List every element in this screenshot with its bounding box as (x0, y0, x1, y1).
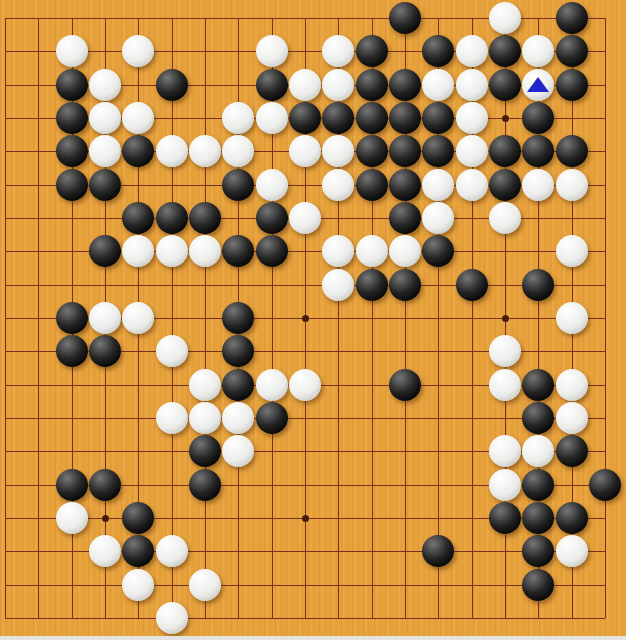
stone-black (556, 69, 588, 101)
stone-black (122, 202, 154, 234)
stone-white (556, 369, 588, 401)
stone-white (456, 135, 488, 167)
stone-black (256, 202, 288, 234)
stone-white (122, 235, 154, 267)
stone-white (122, 302, 154, 334)
stone-white (522, 169, 554, 201)
stone-black (56, 102, 88, 134)
grid-line-vertical (605, 18, 606, 618)
stone-black (89, 469, 121, 501)
stone-black (556, 502, 588, 534)
stone-white (89, 535, 121, 567)
stone-black (222, 169, 254, 201)
hoshi-point (102, 515, 109, 522)
hoshi-point (502, 315, 509, 322)
stone-black (222, 235, 254, 267)
stone-white (556, 169, 588, 201)
hoshi-point (302, 515, 309, 522)
stone-white (256, 369, 288, 401)
stone-white (189, 402, 221, 434)
stone-white (322, 269, 354, 301)
stone-white (156, 135, 188, 167)
grid-line-horizontal (5, 418, 605, 419)
stone-white (489, 335, 521, 367)
stone-black (56, 69, 88, 101)
stone-white (322, 169, 354, 201)
stone-black (422, 102, 454, 134)
stone-white (489, 369, 521, 401)
stone-white (556, 302, 588, 334)
stone-black (222, 302, 254, 334)
stone-white (422, 169, 454, 201)
stone-black (256, 69, 288, 101)
stone-black (356, 102, 388, 134)
stone-white (256, 169, 288, 201)
stone-black (389, 102, 421, 134)
stone-black (489, 35, 521, 67)
stone-black (389, 269, 421, 301)
stone-black (156, 69, 188, 101)
stone-black (522, 369, 554, 401)
stone-white (189, 369, 221, 401)
stone-white (189, 235, 221, 267)
stone-black (189, 202, 221, 234)
stone-black (522, 535, 554, 567)
stone-white (156, 402, 188, 434)
screenshot-stage (0, 0, 626, 640)
stone-black (522, 502, 554, 534)
stone-black (56, 169, 88, 201)
stone-white (89, 69, 121, 101)
stone-black (589, 469, 621, 501)
stone-white (189, 135, 221, 167)
stone-black (422, 235, 454, 267)
stone-white (122, 35, 154, 67)
stone-white (456, 35, 488, 67)
stone-black (356, 135, 388, 167)
stone-black (189, 469, 221, 501)
stone-white (156, 602, 188, 634)
stone-white (489, 202, 521, 234)
stone-black (356, 269, 388, 301)
stone-white (222, 435, 254, 467)
stone-black (356, 35, 388, 67)
stone-white (89, 302, 121, 334)
stone-black (556, 135, 588, 167)
stone-black (556, 35, 588, 67)
stone-white (222, 402, 254, 434)
stone-black (389, 2, 421, 34)
stone-black (89, 169, 121, 201)
stone-white (489, 469, 521, 501)
stone-white (456, 102, 488, 134)
stone-black (356, 69, 388, 101)
stone-white (389, 235, 421, 267)
stone-white (456, 169, 488, 201)
stone-white (156, 335, 188, 367)
stone-black (122, 502, 154, 534)
stone-white (289, 69, 321, 101)
stone-black (489, 502, 521, 534)
stone-black (422, 535, 454, 567)
stone-white (156, 235, 188, 267)
stone-white (322, 69, 354, 101)
last-move-triangle-marker (527, 77, 549, 92)
stone-white (89, 102, 121, 134)
stone-white (289, 202, 321, 234)
stone-black (556, 435, 588, 467)
stone-white (489, 2, 521, 34)
bottom-edge-strip (0, 636, 626, 640)
stone-black (89, 235, 121, 267)
stone-white (256, 102, 288, 134)
stone-black (389, 369, 421, 401)
stone-black (422, 35, 454, 67)
stone-white (422, 69, 454, 101)
stone-white (256, 35, 288, 67)
stone-white (322, 35, 354, 67)
stone-white (289, 369, 321, 401)
stone-white (122, 102, 154, 134)
stone-black (389, 169, 421, 201)
stone-black (522, 402, 554, 434)
stone-black (489, 69, 521, 101)
stone-white (556, 402, 588, 434)
stone-white (289, 135, 321, 167)
grid-line-horizontal (5, 585, 605, 586)
stone-white (489, 435, 521, 467)
hoshi-point (302, 315, 309, 322)
stone-black (122, 535, 154, 567)
stone-white (322, 135, 354, 167)
stone-white (556, 535, 588, 567)
stone-black (322, 102, 354, 134)
stone-white (189, 569, 221, 601)
stone-white (156, 535, 188, 567)
hoshi-point (502, 115, 509, 122)
stone-black (522, 135, 554, 167)
stone-black (556, 2, 588, 34)
stone-white (522, 435, 554, 467)
stone-white (222, 135, 254, 167)
stone-white (456, 69, 488, 101)
stone-black (256, 402, 288, 434)
stone-white (222, 102, 254, 134)
stone-black (422, 135, 454, 167)
stone-white (522, 35, 554, 67)
stone-black (522, 569, 554, 601)
stone-black (56, 135, 88, 167)
stone-black (356, 169, 388, 201)
stone-white (422, 202, 454, 234)
stone-black (522, 102, 554, 134)
stone-black (89, 335, 121, 367)
stone-black (56, 469, 88, 501)
grid-line-horizontal (5, 618, 605, 619)
stone-white (122, 569, 154, 601)
stone-black (222, 335, 254, 367)
stone-black (389, 202, 421, 234)
stone-black (489, 135, 521, 167)
go-board[interactable] (0, 0, 626, 636)
stone-white (89, 135, 121, 167)
stone-white (322, 235, 354, 267)
stone-black (56, 335, 88, 367)
stone-black (456, 269, 488, 301)
stone-black (522, 269, 554, 301)
stone-black (489, 169, 521, 201)
stone-black (189, 435, 221, 467)
stone-white (56, 502, 88, 534)
stone-white (356, 235, 388, 267)
stone-black (222, 369, 254, 401)
stone-black (256, 235, 288, 267)
stone-black (389, 135, 421, 167)
stone-white (56, 35, 88, 67)
stone-black (122, 135, 154, 167)
stone-black (522, 469, 554, 501)
stone-white (556, 235, 588, 267)
stone-black (389, 69, 421, 101)
stone-black (56, 302, 88, 334)
stone-black (289, 102, 321, 134)
stone-black (156, 202, 188, 234)
